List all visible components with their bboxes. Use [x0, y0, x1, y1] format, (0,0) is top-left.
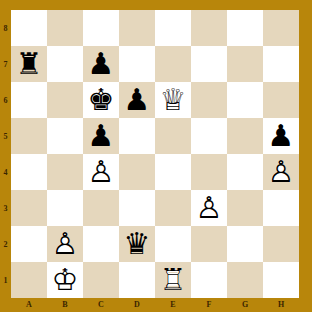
square-g4[interactable] — [227, 154, 263, 190]
rank-label-5: 5 — [0, 118, 11, 154]
square-c8[interactable] — [83, 10, 119, 46]
square-f6[interactable] — [191, 82, 227, 118]
piece-white-rook[interactable]: ♜♖ — [155, 262, 191, 298]
square-g1[interactable] — [227, 262, 263, 298]
square-f2[interactable] — [191, 226, 227, 262]
piece-white-pawn[interactable]: ♟♙ — [191, 190, 227, 226]
square-c3[interactable] — [83, 190, 119, 226]
white-pawn-outline: ♙ — [83, 154, 119, 190]
chess-board: ♜♟♚♟♛♕♟♟♟♙♟♙♟♙♟♙♛♚♔♜♖ — [11, 10, 299, 298]
piece-black-pawn[interactable]: ♟ — [119, 82, 155, 118]
rank-label-2: 2 — [0, 226, 11, 262]
file-label-e: E — [155, 297, 191, 312]
rank-label-1: 1 — [0, 262, 11, 298]
file-label-h: H — [263, 297, 299, 312]
white-pawn-outline: ♙ — [191, 190, 227, 226]
black-pawn-glyph: ♟ — [83, 118, 119, 154]
square-a2[interactable] — [11, 226, 47, 262]
square-b6[interactable] — [47, 82, 83, 118]
square-b1[interactable]: ♚♔ — [47, 262, 83, 298]
square-a6[interactable] — [11, 82, 47, 118]
piece-black-queen[interactable]: ♛ — [119, 226, 155, 262]
square-b5[interactable] — [47, 118, 83, 154]
white-queen-outline: ♕ — [155, 82, 191, 118]
file-label-b: B — [47, 297, 83, 312]
square-a8[interactable] — [11, 10, 47, 46]
piece-white-king[interactable]: ♚♔ — [47, 262, 83, 298]
square-b7[interactable] — [47, 46, 83, 82]
square-e1[interactable]: ♜♖ — [155, 262, 191, 298]
file-label-d: D — [119, 297, 155, 312]
piece-black-pawn[interactable]: ♟ — [83, 46, 119, 82]
square-e3[interactable] — [155, 190, 191, 226]
file-label-c: C — [83, 297, 119, 312]
square-h2[interactable] — [263, 226, 299, 262]
square-b2[interactable]: ♟♙ — [47, 226, 83, 262]
square-d2[interactable]: ♛ — [119, 226, 155, 262]
square-d5[interactable] — [119, 118, 155, 154]
square-h5[interactable]: ♟ — [263, 118, 299, 154]
square-c7[interactable]: ♟ — [83, 46, 119, 82]
white-rook-outline: ♖ — [155, 262, 191, 298]
file-label-g: G — [227, 297, 263, 312]
square-a4[interactable] — [11, 154, 47, 190]
square-h4[interactable]: ♟♙ — [263, 154, 299, 190]
square-g2[interactable] — [227, 226, 263, 262]
square-f8[interactable] — [191, 10, 227, 46]
piece-white-queen[interactable]: ♛♕ — [155, 82, 191, 118]
square-g5[interactable] — [227, 118, 263, 154]
square-a5[interactable] — [11, 118, 47, 154]
rank-label-7: 7 — [0, 46, 11, 82]
piece-black-pawn[interactable]: ♟ — [83, 118, 119, 154]
piece-white-pawn[interactable]: ♟♙ — [83, 154, 119, 190]
square-g7[interactable] — [227, 46, 263, 82]
piece-white-pawn[interactable]: ♟♙ — [47, 226, 83, 262]
square-h3[interactable] — [263, 190, 299, 226]
square-d1[interactable] — [119, 262, 155, 298]
rank-label-8: 8 — [0, 10, 11, 46]
piece-black-rook[interactable]: ♜ — [11, 46, 47, 82]
rank-label-4: 4 — [0, 154, 11, 190]
white-pawn-outline: ♙ — [47, 226, 83, 262]
square-e6[interactable]: ♛♕ — [155, 82, 191, 118]
square-e4[interactable] — [155, 154, 191, 190]
piece-white-pawn[interactable]: ♟♙ — [263, 154, 299, 190]
square-d6[interactable]: ♟ — [119, 82, 155, 118]
square-f3[interactable]: ♟♙ — [191, 190, 227, 226]
chess-board-frame: ♜♟♚♟♛♕♟♟♟♙♟♙♟♙♟♙♛♚♔♜♖ 87654321ABCDEFGH — [0, 0, 312, 312]
piece-black-pawn[interactable]: ♟ — [263, 118, 299, 154]
square-g8[interactable] — [227, 10, 263, 46]
square-g3[interactable] — [227, 190, 263, 226]
square-e8[interactable] — [155, 10, 191, 46]
square-f7[interactable] — [191, 46, 227, 82]
square-e2[interactable] — [155, 226, 191, 262]
square-d8[interactable] — [119, 10, 155, 46]
black-pawn-glyph: ♟ — [119, 82, 155, 118]
black-king-glyph: ♚ — [83, 82, 119, 118]
square-f5[interactable] — [191, 118, 227, 154]
square-e5[interactable] — [155, 118, 191, 154]
square-g6[interactable] — [227, 82, 263, 118]
square-a1[interactable] — [11, 262, 47, 298]
square-h1[interactable] — [263, 262, 299, 298]
file-label-f: F — [191, 297, 227, 312]
square-d7[interactable] — [119, 46, 155, 82]
square-c6[interactable]: ♚ — [83, 82, 119, 118]
square-h8[interactable] — [263, 10, 299, 46]
square-f1[interactable] — [191, 262, 227, 298]
square-b4[interactable] — [47, 154, 83, 190]
square-e7[interactable] — [155, 46, 191, 82]
square-c1[interactable] — [83, 262, 119, 298]
square-c5[interactable]: ♟ — [83, 118, 119, 154]
square-h7[interactable] — [263, 46, 299, 82]
square-b3[interactable] — [47, 190, 83, 226]
rank-label-6: 6 — [0, 82, 11, 118]
black-pawn-glyph: ♟ — [83, 46, 119, 82]
square-c4[interactable]: ♟♙ — [83, 154, 119, 190]
black-pawn-glyph: ♟ — [263, 118, 299, 154]
file-label-a: A — [11, 297, 47, 312]
black-rook-glyph: ♜ — [11, 46, 47, 82]
black-queen-glyph: ♛ — [119, 226, 155, 262]
square-d3[interactable] — [119, 190, 155, 226]
piece-black-king[interactable]: ♚ — [83, 82, 119, 118]
square-f4[interactable] — [191, 154, 227, 190]
square-a3[interactable] — [11, 190, 47, 226]
square-c2[interactable] — [83, 226, 119, 262]
rank-label-3: 3 — [0, 190, 11, 226]
square-b8[interactable] — [47, 10, 83, 46]
white-king-outline: ♔ — [47, 262, 83, 298]
white-pawn-outline: ♙ — [263, 154, 299, 190]
square-h6[interactable] — [263, 82, 299, 118]
square-a7[interactable]: ♜ — [11, 46, 47, 82]
square-d4[interactable] — [119, 154, 155, 190]
